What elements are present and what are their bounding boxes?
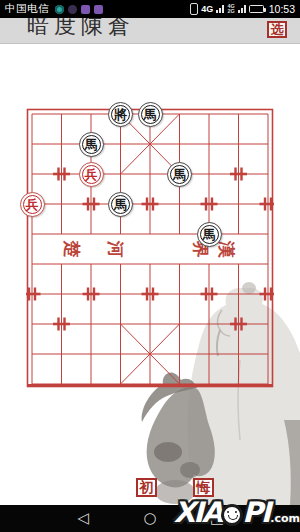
piece-black-將[interactable]: 將	[108, 102, 133, 127]
status-bar: 中国电信 4G 4G2G 10:53	[0, 0, 300, 18]
board-grid: 楚河界漢	[26, 108, 274, 388]
purple-app-icon	[94, 5, 103, 14]
reset-button[interactable]: 初	[136, 478, 157, 497]
page-title: 暗度陳倉	[27, 18, 135, 41]
clock: 10:53	[269, 3, 295, 15]
recents-button[interactable]: □	[209, 505, 225, 532]
piece-black-馬[interactable]: 馬	[138, 102, 163, 127]
title-bar: 暗度陳倉 选	[0, 18, 300, 44]
piece-black-馬[interactable]: 馬	[197, 222, 222, 247]
dark-app-icon	[68, 5, 77, 14]
teal-app-icon	[55, 5, 64, 14]
piece-black-馬[interactable]: 馬	[167, 162, 192, 187]
undo-button[interactable]: 悔	[193, 478, 214, 497]
carrier-label: 中国电信	[5, 2, 49, 16]
vibrate-icon	[190, 3, 198, 15]
svg-text:河: 河	[106, 240, 126, 258]
signal-bars-icon	[238, 5, 246, 13]
purple-app-icon	[81, 5, 90, 14]
piece-red-兵[interactable]: 兵	[79, 162, 104, 187]
svg-text:漢: 漢	[217, 240, 237, 259]
xiangqi-board[interactable]: 楚河界漢將馬馬兵馬兵馬馬	[26, 108, 274, 388]
piece-black-馬[interactable]: 馬	[79, 132, 104, 157]
level-select-stamp-button[interactable]: 选	[267, 21, 287, 38]
signal-bars-icon	[216, 5, 224, 13]
piece-black-馬[interactable]: 馬	[108, 192, 133, 217]
notification-icons	[55, 5, 103, 14]
battery-icon	[249, 5, 264, 13]
home-button[interactable]: ○	[142, 505, 158, 532]
piece-red-兵[interactable]: 兵	[20, 192, 45, 217]
status-right: 4G 4G2G 10:53	[190, 3, 295, 15]
back-button[interactable]: ◁	[75, 505, 91, 532]
sim2-network-label: 4G2G	[227, 4, 234, 15]
android-nav-bar: ◁ ○ □	[0, 505, 300, 532]
sim1-network-label: 4G	[201, 4, 213, 14]
svg-text:楚: 楚	[62, 240, 82, 259]
